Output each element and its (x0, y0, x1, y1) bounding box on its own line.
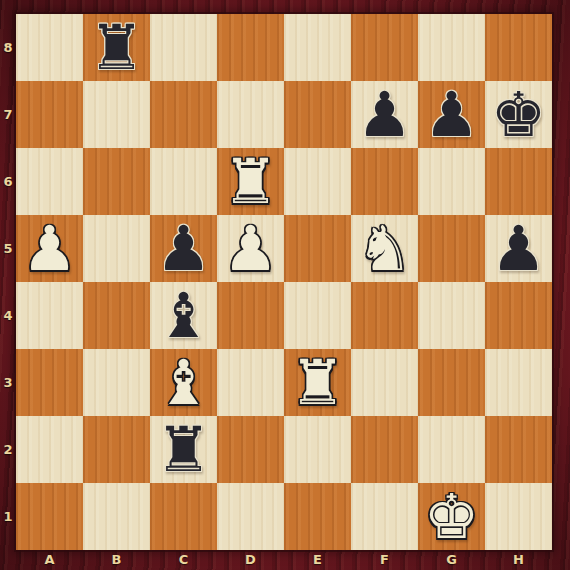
black-rook[interactable]: ♜ (89, 14, 145, 81)
white-rook[interactable]: ♜ (223, 148, 279, 215)
square-f2[interactable] (351, 416, 418, 483)
file-label-c: C (150, 550, 217, 570)
file-label-h: H (485, 550, 552, 570)
chess-board: ♜♟♟♚♜♟♟♟♞♟♝♝♜♜♚ (16, 14, 552, 550)
square-h3[interactable] (485, 349, 552, 416)
white-rook[interactable]: ♜ (290, 349, 346, 416)
rank-label-7: 7 (0, 81, 16, 148)
file-label-e: E (284, 550, 351, 570)
square-h2[interactable] (485, 416, 552, 483)
square-d7[interactable] (217, 81, 284, 148)
square-a5[interactable]: ♟ (16, 215, 83, 282)
file-label-a: A (16, 550, 83, 570)
rank-label-3: 3 (0, 349, 16, 416)
square-a2[interactable] (16, 416, 83, 483)
square-e8[interactable] (284, 14, 351, 81)
square-c3[interactable]: ♝ (150, 349, 217, 416)
black-king[interactable]: ♚ (491, 81, 547, 148)
square-b7[interactable] (83, 81, 150, 148)
square-d6[interactable]: ♜ (217, 148, 284, 215)
square-b5[interactable] (83, 215, 150, 282)
square-e1[interactable] (284, 483, 351, 550)
square-c4[interactable]: ♝ (150, 282, 217, 349)
square-b6[interactable] (83, 148, 150, 215)
square-a4[interactable] (16, 282, 83, 349)
white-bishop[interactable]: ♝ (156, 349, 212, 416)
square-g4[interactable] (418, 282, 485, 349)
square-g8[interactable] (418, 14, 485, 81)
square-f8[interactable] (351, 14, 418, 81)
square-f6[interactable] (351, 148, 418, 215)
square-g1[interactable]: ♚ (418, 483, 485, 550)
square-e6[interactable] (284, 148, 351, 215)
square-h1[interactable] (485, 483, 552, 550)
square-h6[interactable] (485, 148, 552, 215)
black-pawn[interactable]: ♟ (156, 215, 212, 282)
white-king[interactable]: ♚ (424, 483, 480, 550)
black-pawn[interactable]: ♟ (357, 81, 413, 148)
black-pawn[interactable]: ♟ (491, 215, 547, 282)
rank-label-2: 2 (0, 416, 16, 483)
square-g2[interactable] (418, 416, 485, 483)
black-pawn[interactable]: ♟ (424, 81, 480, 148)
square-c8[interactable] (150, 14, 217, 81)
square-d5[interactable]: ♟ (217, 215, 284, 282)
square-d3[interactable] (217, 349, 284, 416)
square-c1[interactable] (150, 483, 217, 550)
square-d1[interactable] (217, 483, 284, 550)
square-d2[interactable] (217, 416, 284, 483)
square-e3[interactable]: ♜ (284, 349, 351, 416)
square-g6[interactable] (418, 148, 485, 215)
rank-label-4: 4 (0, 282, 16, 349)
square-f3[interactable] (351, 349, 418, 416)
square-e7[interactable] (284, 81, 351, 148)
board-frame: ♜♟♟♚♜♟♟♟♞♟♝♝♜♜♚ 87654321ABCDEFGH (0, 0, 570, 570)
square-f1[interactable] (351, 483, 418, 550)
white-pawn[interactable]: ♟ (223, 215, 279, 282)
black-rook[interactable]: ♜ (156, 416, 212, 483)
square-e2[interactable] (284, 416, 351, 483)
file-label-f: F (351, 550, 418, 570)
rank-label-6: 6 (0, 148, 16, 215)
square-c2[interactable]: ♜ (150, 416, 217, 483)
square-b1[interactable] (83, 483, 150, 550)
square-h5[interactable]: ♟ (485, 215, 552, 282)
square-c7[interactable] (150, 81, 217, 148)
square-h4[interactable] (485, 282, 552, 349)
square-h8[interactable] (485, 14, 552, 81)
square-a3[interactable] (16, 349, 83, 416)
square-d8[interactable] (217, 14, 284, 81)
square-e5[interactable] (284, 215, 351, 282)
square-e4[interactable] (284, 282, 351, 349)
rank-label-8: 8 (0, 14, 16, 81)
square-a8[interactable] (16, 14, 83, 81)
white-pawn[interactable]: ♟ (22, 215, 78, 282)
square-c6[interactable] (150, 148, 217, 215)
file-label-g: G (418, 550, 485, 570)
file-label-d: D (217, 550, 284, 570)
square-c5[interactable]: ♟ (150, 215, 217, 282)
square-d4[interactable] (217, 282, 284, 349)
square-b2[interactable] (83, 416, 150, 483)
square-f5[interactable]: ♞ (351, 215, 418, 282)
square-b8[interactable]: ♜ (83, 14, 150, 81)
rank-label-1: 1 (0, 483, 16, 550)
square-g5[interactable] (418, 215, 485, 282)
square-a7[interactable] (16, 81, 83, 148)
black-bishop[interactable]: ♝ (156, 282, 212, 349)
square-b4[interactable] (83, 282, 150, 349)
square-a1[interactable] (16, 483, 83, 550)
square-a6[interactable] (16, 148, 83, 215)
square-g3[interactable] (418, 349, 485, 416)
file-label-b: B (83, 550, 150, 570)
square-h7[interactable]: ♚ (485, 81, 552, 148)
square-g7[interactable]: ♟ (418, 81, 485, 148)
rank-label-5: 5 (0, 215, 16, 282)
square-b3[interactable] (83, 349, 150, 416)
square-f7[interactable]: ♟ (351, 81, 418, 148)
square-f4[interactable] (351, 282, 418, 349)
white-knight[interactable]: ♞ (357, 215, 413, 282)
